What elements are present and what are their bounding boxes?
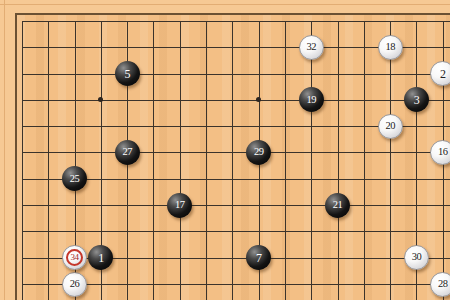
board-edge-bevel-line-left [4,0,5,300]
stone-move-number: 17 [175,200,185,211]
go-board-diagram: 123571617181920212526272829303234 [0,0,450,300]
stone-white-32[interactable]: 32 [299,35,324,60]
stone-move-number: 20 [385,121,395,132]
stone-move-number: 2 [440,68,446,80]
stone-move-number: 34 [66,249,83,266]
stone-move-number: 26 [70,279,80,290]
stone-move-number: 5 [124,68,130,80]
stone-move-number: 30 [412,252,422,263]
stone-move-number: 27 [122,147,132,158]
stone-move-number: 3 [414,94,420,106]
stone-white-18[interactable]: 18 [378,35,403,60]
stone-move-number: 18 [385,42,395,53]
stone-move-number: 29 [254,147,264,158]
stone-move-number: 7 [256,252,262,264]
stone-white-28[interactable]: 28 [430,272,450,297]
stone-black-5[interactable]: 5 [115,61,140,86]
stone-move-number: 32 [307,42,317,53]
stone-move-number: 25 [70,174,80,185]
stone-move-number: 21 [333,200,343,211]
stone-black-27[interactable]: 27 [115,140,140,165]
board-edge-bevel-line-top [0,4,450,5]
stone-move-number: 1 [98,252,104,264]
stone-black-17[interactable]: 17 [167,193,192,218]
stone-white-26[interactable]: 26 [62,272,87,297]
stone-black-21[interactable]: 21 [325,193,350,218]
stone-white-20[interactable]: 20 [378,114,403,139]
stone-white-2[interactable]: 2 [430,61,450,86]
stone-white-16[interactable]: 16 [430,140,450,165]
stone-move-number: 19 [307,95,317,106]
stone-move-number: 16 [438,147,448,158]
stone-move-number: 28 [438,279,448,290]
